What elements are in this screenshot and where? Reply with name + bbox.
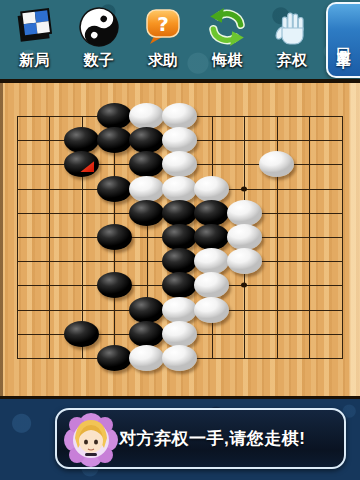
black-stone [64,151,99,177]
black-stone [194,200,229,226]
message-text: 对方弃权一手,请您走棋! [119,410,338,467]
go-board[interactable] [0,79,360,399]
pass-button[interactable]: 弃权 [260,0,324,79]
black-stone [64,127,99,153]
black-stone [162,224,197,250]
white-stone [129,103,164,129]
last-move-marker [80,161,94,172]
count-stones-button[interactable]: 数子 [66,0,130,79]
new-game-board-icon [12,4,56,50]
status-bar: 对方弃权一手,请您走棋! [0,399,360,480]
new-game-button[interactable]: 新局 [2,0,66,79]
undo-arrows-icon [205,4,249,50]
girl-avatar [61,408,121,472]
black-stone [129,127,164,153]
black-stone [194,224,229,250]
help-question-bubble-icon: ? [141,4,185,50]
black-stone [129,297,164,323]
black-stone [129,321,164,347]
black-stone [97,176,132,202]
white-stone [194,297,229,323]
white-stone [194,176,229,202]
help-button[interactable]: ? 求助 [131,0,195,79]
toolbar-buttons: 新局 数子 [2,0,324,79]
undo-move-button[interactable]: 悔棋 [195,0,259,79]
black-stone [129,200,164,226]
message-panel: 对方弃权一手,请您走棋! [55,408,346,469]
white-stone [162,345,197,371]
yin-yang-count-icon [77,4,121,50]
black-stone [162,200,197,226]
black-stone [129,151,164,177]
count-stones-label: 数子 [84,52,114,68]
white-stone [129,345,164,371]
pass-hand-icon [270,4,314,50]
white-stone [162,297,197,323]
black-stone [162,272,197,298]
black-stone [97,103,132,129]
white-stone [162,321,197,347]
grid-line-v [342,116,343,359]
black-stone [97,345,132,371]
white-stone [129,176,164,202]
star-point [241,186,247,191]
return-main-menu-label: 回主菜单 [337,36,351,44]
black-stone [97,272,132,298]
star-point [241,283,247,288]
white-stone [259,151,294,177]
return-main-menu-button[interactable]: 回主菜单 [326,2,360,78]
pass-label: 弃权 [277,52,307,68]
new-game-label: 新局 [19,52,49,68]
grid-line-v [309,116,310,359]
white-stone [162,127,197,153]
black-stone [97,127,132,153]
svg-text:?: ? [157,12,169,36]
toolbar: 新局 数子 [0,0,360,79]
white-stone [162,151,197,177]
black-stone [162,248,197,274]
white-stone [227,200,262,226]
white-stone [194,248,229,274]
undo-move-label: 悔棋 [212,52,242,68]
black-stone [97,224,132,250]
black-stone [64,321,99,347]
white-stone [227,224,262,250]
white-stone [162,103,197,129]
white-stone [162,176,197,202]
white-stone [194,272,229,298]
white-stone [227,248,262,274]
help-label: 求助 [148,52,178,68]
go-game-app: 新局 数子 [0,0,360,480]
